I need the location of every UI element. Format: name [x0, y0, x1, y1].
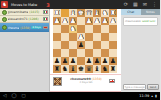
overflow-menu-icon[interactable]: ⋮: [152, 0, 157, 9]
square[interactable]: [109, 25, 117, 33]
square[interactable]: ♟: [61, 57, 69, 65]
board-grid-icon[interactable]: ▦: [133, 0, 138, 9]
top-action-bar: ♞ Moves to Make 3 ⟳ ▦ ✉ ⋮: [0, 0, 160, 9]
white-pawn-piece[interactable]: ♟: [77, 33, 85, 41]
square[interactable]: ♟: [93, 57, 101, 65]
square[interactable]: [93, 41, 101, 49]
tab-notes[interactable]: Notes: [141, 9, 161, 15]
square[interactable]: [53, 33, 61, 41]
square[interactable]: ♚: [77, 65, 85, 73]
black-pawn-piece[interactable]: ♟: [77, 41, 85, 49]
square[interactable]: ♞: [69, 25, 77, 33]
square[interactable]: ♟: [69, 17, 77, 25]
square[interactable]: [93, 25, 101, 33]
white-rook-piece[interactable]: ♜: [109, 9, 117, 17]
player-name: chesmate99: [8, 26, 20, 30]
square[interactable]: [53, 25, 61, 33]
square[interactable]: [109, 41, 117, 49]
player-rating: (1415): [29, 10, 39, 14]
square[interactable]: ♟: [53, 57, 61, 65]
square[interactable]: ♟: [61, 17, 69, 25]
app-logo-icon[interactable]: ♞: [1, 1, 8, 8]
square[interactable]: ♜: [53, 9, 61, 17]
square[interactable]: [101, 41, 109, 49]
player-rating: (1350): [20, 26, 30, 30]
square[interactable]: ♟: [77, 41, 85, 49]
square[interactable]: ♛: [85, 65, 93, 73]
square[interactable]: ♚: [77, 9, 85, 17]
square[interactable]: [77, 49, 85, 57]
nav-buttons: ◁ ◯ ▢: [3, 92, 26, 100]
opponent-info: chesmate99 (1350) 2 days left: [66, 77, 106, 85]
square[interactable]: [61, 41, 69, 49]
black-pawn-piece[interactable]: ♟: [93, 57, 101, 65]
system-navigation-bar: ◁ ◯ ▢ 11:39 ▴ ▮: [0, 92, 160, 100]
square[interactable]: [61, 49, 69, 57]
square[interactable]: ♟: [93, 17, 101, 25]
square[interactable]: ♝: [93, 65, 101, 73]
black-knight-piece[interactable]: ♞: [61, 65, 69, 73]
black-bishop-piece[interactable]: ♝: [93, 65, 101, 73]
square[interactable]: [85, 33, 93, 41]
square[interactable]: [61, 33, 69, 41]
white-pawn-piece[interactable]: ♟: [101, 17, 109, 25]
recent-apps-icon[interactable]: ▢: [22, 92, 26, 100]
square[interactable]: ♞: [61, 65, 69, 73]
opponent-avatar[interactable]: [53, 77, 62, 86]
square[interactable]: ♟: [109, 57, 117, 65]
square[interactable]: ♟: [101, 17, 109, 25]
square[interactable]: ♜: [109, 65, 117, 73]
square[interactable]: [101, 49, 109, 57]
white-pawn-piece[interactable]: ♟: [85, 17, 93, 25]
white-pawn-piece[interactable]: ♟: [61, 17, 69, 25]
italy-flag-icon: [43, 10, 48, 14]
send-button[interactable]: Send: [147, 84, 158, 90]
square[interactable]: ♜: [53, 65, 61, 73]
board-card: ♜♝♚♛♝♞♜♟♟♟♟♟♟♟♞♟♟♟♟♟♟♟♟♟♜♞♝♚♛♝♞♜ chesmat…: [50, 9, 121, 92]
square[interactable]: [85, 49, 93, 57]
italy-flag-icon: [43, 17, 48, 21]
square[interactable]: [109, 33, 117, 41]
chat-message: chesmate99: Good luck!: [123, 17, 158, 26]
game-list-item-2[interactable]: alessandro71 (1286): [0, 16, 49, 23]
square[interactable]: [69, 41, 77, 49]
square[interactable]: [85, 25, 93, 33]
square[interactable]: ♟: [69, 57, 77, 65]
black-bishop-piece[interactable]: ♝: [69, 65, 77, 73]
status-tray[interactable]: 11:39 ▴ ▮: [139, 92, 157, 100]
signal-icon: ▴: [151, 92, 153, 100]
white-pawn-piece[interactable]: ♟: [109, 17, 117, 25]
online-status-icon: [2, 10, 7, 15]
square[interactable]: ♟: [101, 57, 109, 65]
white-knight-piece[interactable]: ♞: [101, 9, 109, 17]
black-pawn-piece[interactable]: ♟: [69, 57, 77, 65]
battery-icon: ▮: [155, 92, 157, 100]
square[interactable]: ♜: [109, 9, 117, 17]
square[interactable]: [53, 49, 61, 57]
white-bishop-piece[interactable]: ♝: [93, 9, 101, 17]
square[interactable]: ♟: [109, 17, 117, 25]
clock: 11:39: [139, 94, 149, 98]
square[interactable]: [61, 25, 69, 33]
player-name: alessandro71: [8, 17, 28, 21]
square[interactable]: ♟: [85, 17, 93, 25]
england-flag-icon: [43, 26, 48, 30]
tab-chat[interactable]: Chat: [121, 9, 141, 15]
black-pawn-piece[interactable]: ♟: [109, 57, 117, 65]
square[interactable]: [61, 9, 69, 17]
square[interactable]: ♟: [77, 33, 85, 41]
chat-tabs: Chat Notes: [121, 9, 160, 15]
square[interactable]: [77, 17, 85, 25]
game-list-item-1[interactable]: giovannibatta (1415): [0, 9, 49, 16]
back-icon[interactable]: ◁: [3, 92, 6, 100]
time-control-chip: 3 days: [31, 26, 41, 30]
white-pawn-piece[interactable]: ♟: [69, 17, 77, 25]
black-pawn-piece[interactable]: ♟: [101, 57, 109, 65]
square[interactable]: [85, 41, 93, 49]
square[interactable]: [77, 57, 85, 65]
square[interactable]: ♝: [69, 65, 77, 73]
black-pawn-piece[interactable]: ♟: [61, 57, 69, 65]
square[interactable]: ♛: [85, 9, 93, 17]
black-pawn-piece[interactable]: ♟: [85, 57, 93, 65]
chat-message-author: chesmate99:: [125, 20, 141, 23]
square[interactable]: [69, 49, 77, 57]
square[interactable]: ♝: [93, 9, 101, 17]
opponent-rating: (1350): [92, 77, 102, 81]
opponent-sub-line: 2 days left: [66, 81, 106, 85]
square[interactable]: [53, 41, 61, 49]
player-rating: (1286): [29, 17, 39, 21]
black-rook-piece[interactable]: ♜: [109, 65, 117, 73]
player-name: giovannibatta: [8, 10, 29, 14]
game-list-item-3-selected[interactable]: chesmate99 (1350) 3 days: [0, 23, 49, 32]
square[interactable]: ♟: [53, 17, 61, 25]
action-bar-buttons: ⟳ ▦ ✉ ⋮: [124, 0, 157, 9]
white-queen-piece[interactable]: ♛: [85, 9, 93, 17]
refresh-icon[interactable]: ⟳: [124, 0, 128, 9]
white-bishop-piece[interactable]: ♝: [69, 9, 77, 17]
square[interactable]: [101, 33, 109, 41]
england-flag-icon: [109, 79, 115, 83]
chat-message-text: Good luck!: [142, 20, 155, 23]
black-pawn-piece[interactable]: ♟: [53, 57, 61, 65]
square[interactable]: [109, 49, 117, 57]
square[interactable]: ♞: [101, 9, 109, 17]
white-king-piece[interactable]: ♚: [77, 9, 85, 17]
square[interactable]: ♝: [69, 9, 77, 17]
chat-input[interactable]: Type a message...: [123, 84, 147, 90]
home-icon[interactable]: ◯: [11, 92, 16, 100]
square[interactable]: [77, 25, 85, 33]
square[interactable]: [101, 25, 109, 33]
square[interactable]: [93, 49, 101, 57]
divider: [50, 74, 121, 75]
white-knight-piece[interactable]: ♞: [69, 25, 77, 33]
square[interactable]: [93, 33, 101, 41]
message-icon[interactable]: ✉: [143, 0, 147, 9]
black-queen-piece[interactable]: ♛: [85, 65, 93, 73]
black-king-piece[interactable]: ♚: [77, 65, 85, 73]
square[interactable]: ♟: [85, 57, 93, 65]
moves-count-badge: 3: [46, 2, 49, 8]
chat-panel: Chat Notes chesmate99: Good luck! Type a…: [121, 9, 160, 92]
page-title: Moves to Make: [11, 3, 37, 7]
online-status-icon: [2, 17, 7, 22]
black-knight-piece[interactable]: ♞: [101, 65, 109, 73]
square[interactable]: ♞: [101, 65, 109, 73]
white-pawn-piece[interactable]: ♟: [93, 17, 101, 25]
white-pawn-piece[interactable]: ♟: [53, 17, 61, 25]
chess-board[interactable]: ♜♝♚♛♝♞♜♟♟♟♟♟♟♟♞♟♟♟♟♟♟♟♟♟♜♞♝♚♛♝♞♜: [53, 9, 117, 73]
white-rook-piece[interactable]: ♜: [53, 9, 61, 17]
black-rook-piece[interactable]: ♜: [53, 65, 61, 73]
games-sidebar: giovannibatta (1415) alessandro71 (1286)…: [0, 9, 50, 92]
square[interactable]: [69, 33, 77, 41]
chess-app-window: ♞ Moves to Make 3 ⟳ ▦ ✉ ⋮ giovannibatta …: [0, 0, 160, 100]
chat-input-row: Type a message... Send: [123, 84, 159, 90]
online-status-icon: [2, 25, 7, 30]
